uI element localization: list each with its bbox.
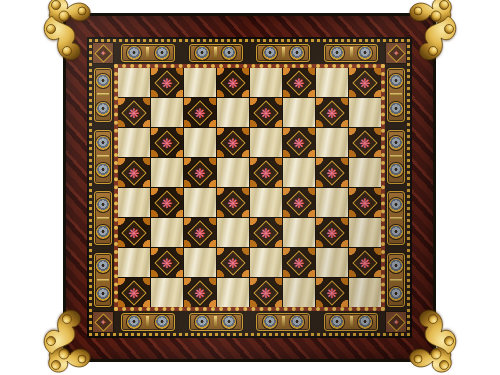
medallion-plaque [387,191,405,245]
rosette-motif: ❋ [228,76,239,89]
medallion-rosette [290,315,304,329]
dark-square-gold-diamond: ❋ [220,70,245,95]
square-c5[interactable]: ❋ [184,158,216,187]
square-b2[interactable]: ❋ [151,248,183,277]
square-d5[interactable] [217,158,249,187]
medallion-rosette [358,46,372,60]
rosette-motif: ❋ [327,106,338,119]
plaque-divider [146,47,149,58]
medallion-plaque [189,313,243,331]
medallion-plaque [387,68,405,122]
square-e2[interactable] [250,248,282,277]
rosette-motif: ❋ [162,196,173,209]
rosette-motif: ❋ [360,256,371,269]
medallion-rosette [263,315,277,329]
dark-square-gold-diamond: ❋ [121,280,146,305]
rosette-motif: ❋ [261,166,272,179]
plaque-divider [390,217,401,220]
gold-corner-ornament-top-right [396,0,460,66]
square-e3[interactable]: ❋ [250,218,282,247]
square-d2[interactable]: ❋ [217,248,249,277]
square-h3[interactable] [349,218,381,247]
mosaic-border-frame: ✦ ✦ ✦ ✦ ❋❋❋❋❋❋❋❋❋❋❋❋❋❋❋❋❋❋❋❋❋❋❋❋❋❋❋❋❋❋❋❋ [89,39,410,336]
square-b3[interactable] [151,218,183,247]
square-b4[interactable]: ❋ [151,188,183,217]
dark-square-gold-diamond: ❋ [286,250,311,275]
square-g5[interactable]: ❋ [316,158,348,187]
rosette-motif: ❋ [294,196,305,209]
plaque-divider [214,316,217,327]
square-h7[interactable] [349,98,381,127]
medallion-rosette [389,163,403,177]
medallion-rosette [96,136,110,150]
rosette-motif: ❋ [327,226,338,239]
medallion-rosette [389,102,403,116]
dark-square-gold-diamond: ❋ [253,220,278,245]
medallion-plaque [387,253,405,307]
square-h6[interactable]: ❋ [349,128,381,157]
medallion-plaque [256,44,310,62]
plaque-divider [350,316,353,327]
square-a1[interactable]: ❋ [118,278,150,307]
rosette-motif: ❋ [195,286,206,299]
gold-corner-ornament-bottom-right [396,304,460,375]
dark-square-gold-diamond: ❋ [187,100,212,125]
dark-square-gold-diamond: ❋ [352,190,377,215]
medallion-rosette [96,74,110,88]
rosette-motif: ❋ [162,256,173,269]
rosette-motif: ❋ [360,136,371,149]
plaque-divider [97,217,108,220]
square-c3[interactable]: ❋ [184,218,216,247]
square-c6[interactable] [184,128,216,157]
square-d8[interactable]: ❋ [217,68,249,97]
medallion-rosette [127,315,141,329]
square-f3[interactable] [283,218,315,247]
rosette-motif: ❋ [162,136,173,149]
dark-square-gold-diamond: ❋ [286,130,311,155]
rosette-motif: ❋ [228,256,239,269]
square-b8[interactable]: ❋ [151,68,183,97]
photo-background: ✦ ✦ ✦ ✦ ❋❋❋❋❋❋❋❋❋❋❋❋❋❋❋❋❋❋❋❋❋❋❋❋❋❋❋❋❋❋❋❋ [0,0,500,375]
medallion-rosette [96,102,110,116]
medallion-plaque [94,130,112,184]
square-d6[interactable]: ❋ [217,128,249,157]
square-a6[interactable] [118,128,150,157]
rosette-motif: ❋ [261,106,272,119]
dark-square-gold-diamond: ❋ [253,160,278,185]
dark-square-gold-diamond: ❋ [286,70,311,95]
dark-square-gold-diamond: ❋ [121,220,146,245]
square-f7[interactable] [283,98,315,127]
rosette-motif: ❋ [327,286,338,299]
medallion-rosette [389,225,403,239]
dark-square-gold-diamond: ❋ [187,160,212,185]
square-g8[interactable] [316,68,348,97]
plaque-divider [282,47,285,58]
square-a5[interactable]: ❋ [118,158,150,187]
dark-square-gold-diamond: ❋ [154,250,179,275]
dark-square-gold-diamond: ❋ [286,190,311,215]
medallion-rosette [290,46,304,60]
dark-square-gold-diamond: ❋ [253,100,278,125]
square-f2[interactable]: ❋ [283,248,315,277]
medallion-band-top [114,42,385,64]
medallion-rosette [96,198,110,212]
square-f8[interactable]: ❋ [283,68,315,97]
square-a2[interactable] [118,248,150,277]
medallion-rosette [263,46,277,60]
rosette-motif: ❋ [228,136,239,149]
square-e5[interactable]: ❋ [250,158,282,187]
square-a4[interactable] [118,188,150,217]
dark-square-gold-diamond: ❋ [319,280,344,305]
medallion-rosette [330,315,344,329]
dark-square-gold-diamond: ❋ [121,100,146,125]
square-a3[interactable]: ❋ [118,218,150,247]
medallion-rosette [389,136,403,150]
plaque-divider [97,93,108,96]
square-h1[interactable] [349,278,381,307]
dark-square-gold-diamond: ❋ [352,250,377,275]
square-a7[interactable]: ❋ [118,98,150,127]
medallion-band-bottom [114,311,385,333]
square-f6[interactable]: ❋ [283,128,315,157]
square-e6[interactable] [250,128,282,157]
dark-square-gold-diamond: ❋ [319,220,344,245]
square-h5[interactable] [349,158,381,187]
dark-square-gold-diamond: ❋ [121,160,146,185]
medallion-plaque [94,253,112,307]
rosette-motif: ❋ [294,136,305,149]
medallion-plaque [121,313,175,331]
square-g2[interactable] [316,248,348,277]
dark-square-gold-diamond: ❋ [154,130,179,155]
dark-square-gold-diamond: ❋ [220,250,245,275]
square-h8[interactable]: ❋ [349,68,381,97]
medallion-rosette [195,46,209,60]
dark-square-gold-diamond: ❋ [220,130,245,155]
board-inner-border: ❋❋❋❋❋❋❋❋❋❋❋❋❋❋❋❋❋❋❋❋❋❋❋❋❋❋❋❋❋❋❋❋ [114,64,385,311]
medallion-rosette [389,259,403,273]
medallion-rosette [155,46,169,60]
medallion-rosette [389,198,403,212]
medallion-plaque [387,130,405,184]
square-d1[interactable] [217,278,249,307]
square-e4[interactable] [250,188,282,217]
medallion-plaque [256,313,310,331]
medallion-rosette [96,287,110,301]
medallion-rosette [222,46,236,60]
square-e8[interactable] [250,68,282,97]
rosette-motif: ❋ [228,196,239,209]
square-g7[interactable]: ❋ [316,98,348,127]
square-d4[interactable]: ❋ [217,188,249,217]
medallion-plaque [94,68,112,122]
square-e1[interactable]: ❋ [250,278,282,307]
gold-corner-ornament-top-left [40,0,104,66]
square-g1[interactable]: ❋ [316,278,348,307]
medallion-plaque [94,191,112,245]
plaque-divider [146,316,149,327]
dark-square-gold-diamond: ❋ [253,280,278,305]
medallion-plaque [324,44,378,62]
medallion-rosette [155,315,169,329]
square-b5[interactable] [151,158,183,187]
rosette-motif: ❋ [195,166,206,179]
rosette-motif: ❋ [129,106,140,119]
rosette-motif: ❋ [195,226,206,239]
square-b7[interactable] [151,98,183,127]
plaque-divider [97,279,108,282]
dark-square-gold-diamond: ❋ [154,190,179,215]
medallion-rosette [389,287,403,301]
plaque-divider [97,155,108,158]
dark-square-gold-diamond: ❋ [187,220,212,245]
plaque-divider [390,93,401,96]
medallion-rosette [389,74,403,88]
square-f5[interactable] [283,158,315,187]
plaque-divider [350,47,353,58]
medallion-rosette [222,315,236,329]
plaque-divider [390,279,401,282]
square-b1[interactable] [151,278,183,307]
medallion-rosette [96,259,110,273]
medallion-rosette [330,46,344,60]
dark-square-gold-diamond: ❋ [352,70,377,95]
rosette-motif: ❋ [360,196,371,209]
medallion-rosette [127,46,141,60]
rosette-motif: ❋ [129,226,140,239]
rosette-motif: ❋ [261,226,272,239]
square-f4[interactable]: ❋ [283,188,315,217]
gold-corner-ornament-bottom-left [40,304,104,375]
square-b6[interactable]: ❋ [151,128,183,157]
dark-square-gold-diamond: ❋ [319,100,344,125]
dark-square-gold-diamond: ❋ [154,70,179,95]
dark-square-gold-diamond: ❋ [187,280,212,305]
square-g6[interactable] [316,128,348,157]
medallion-band-right [385,64,407,311]
rosette-motif: ❋ [195,106,206,119]
medallion-rosette [195,315,209,329]
chess-table-top: ✦ ✦ ✦ ✦ ❋❋❋❋❋❋❋❋❋❋❋❋❋❋❋❋❋❋❋❋❋❋❋❋❋❋❋❋❋❋❋❋ [63,13,436,362]
square-c2[interactable] [184,248,216,277]
square-g4[interactable] [316,188,348,217]
square-e7[interactable]: ❋ [250,98,282,127]
square-d7[interactable] [217,98,249,127]
chessboard: ❋❋❋❋❋❋❋❋❋❋❋❋❋❋❋❋❋❋❋❋❋❋❋❋❋❋❋❋❋❋❋❋ [118,68,381,307]
dark-square-gold-diamond: ❋ [319,160,344,185]
square-g3[interactable]: ❋ [316,218,348,247]
plaque-divider [390,155,401,158]
square-a8[interactable] [118,68,150,97]
rosette-motif: ❋ [294,256,305,269]
rosette-motif: ❋ [294,76,305,89]
square-d3[interactable] [217,218,249,247]
plaque-divider [214,47,217,58]
rosette-motif: ❋ [162,76,173,89]
rosette-motif: ❋ [129,286,140,299]
square-f1[interactable] [283,278,315,307]
plaque-divider [282,316,285,327]
medallion-rosette [96,225,110,239]
square-c7[interactable]: ❋ [184,98,216,127]
rosette-motif: ❋ [129,166,140,179]
square-c1[interactable]: ❋ [184,278,216,307]
square-c8[interactable] [184,68,216,97]
medallion-rosette [96,163,110,177]
medallion-plaque [121,44,175,62]
square-h4[interactable]: ❋ [349,188,381,217]
medallion-plaque [324,313,378,331]
dark-square-gold-diamond: ❋ [352,130,377,155]
medallion-plaque [189,44,243,62]
medallion-rosette [358,315,372,329]
rosette-motif: ❋ [360,76,371,89]
dark-square-gold-diamond: ❋ [220,190,245,215]
rosette-motif: ❋ [327,166,338,179]
medallion-band-left [92,64,114,311]
square-c4[interactable] [184,188,216,217]
rosette-motif: ❋ [261,286,272,299]
square-h2[interactable]: ❋ [349,248,381,277]
